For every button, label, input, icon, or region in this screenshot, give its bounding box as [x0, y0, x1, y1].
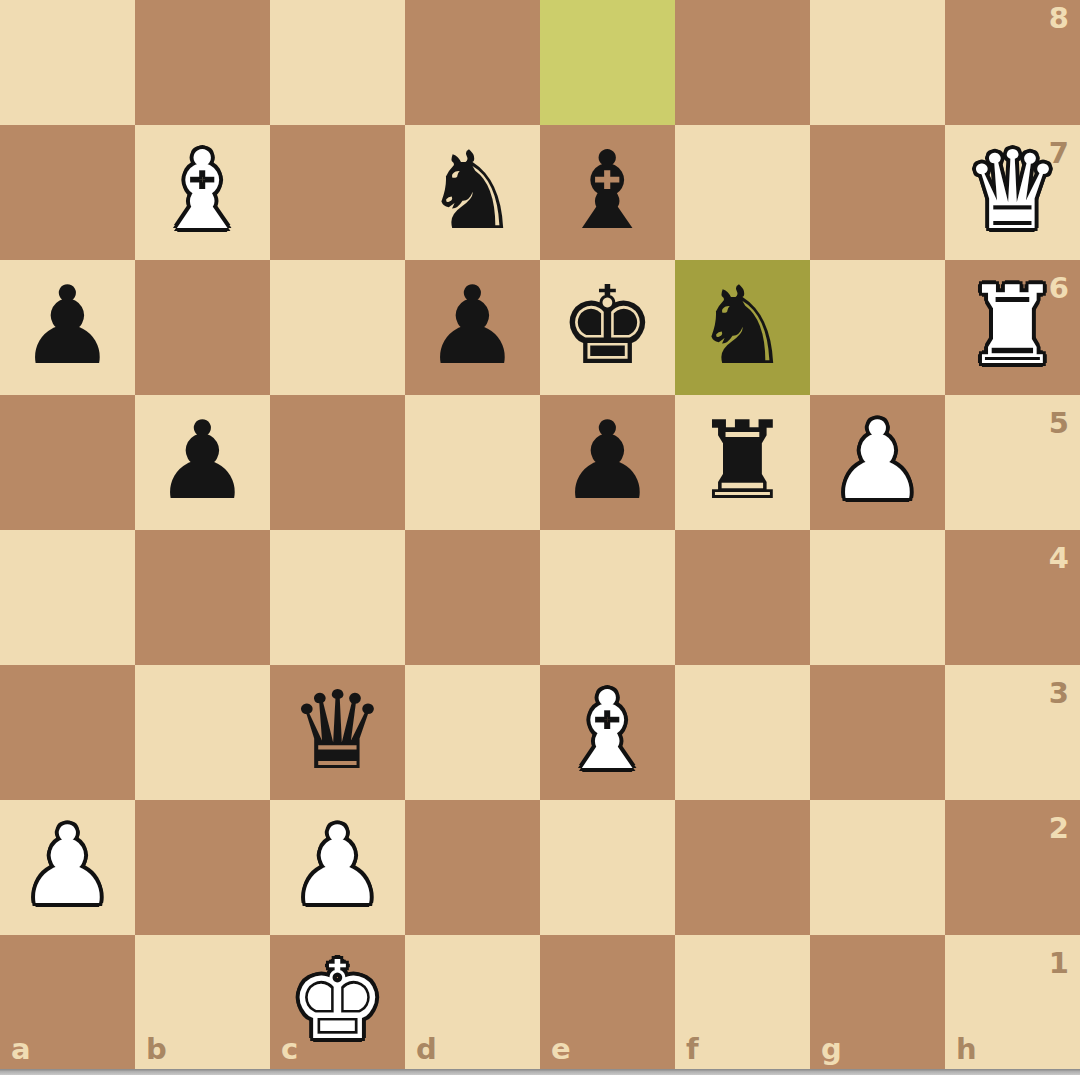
piece-black-king-e6[interactable]: ♚ — [559, 272, 656, 380]
square-g3[interactable] — [810, 665, 945, 800]
square-h8[interactable]: 8 — [945, 0, 1080, 125]
square-b1[interactable]: b — [135, 935, 270, 1070]
chess-board: 8♝♞♝♛7♟♟♚♞♜6♟♟♜♟54♛♝3♟♟2ab♚cdefg1h — [0, 0, 1080, 1070]
square-c2[interactable]: ♟ — [270, 800, 405, 935]
square-d4[interactable] — [405, 530, 540, 665]
square-a1[interactable]: a — [0, 935, 135, 1070]
square-e6[interactable]: ♚ — [540, 260, 675, 395]
square-c5[interactable] — [270, 395, 405, 530]
square-f8[interactable] — [675, 0, 810, 125]
square-b3[interactable] — [135, 665, 270, 800]
piece-white-bishop-e3[interactable]: ♝ — [559, 677, 656, 785]
piece-white-rook-h6[interactable]: ♜ — [964, 272, 1061, 380]
square-h5[interactable]: 5 — [945, 395, 1080, 530]
rank-label-1: 1 — [1049, 949, 1069, 978]
square-h4[interactable]: 4 — [945, 530, 1080, 665]
square-c3[interactable]: ♛ — [270, 665, 405, 800]
square-b8[interactable] — [135, 0, 270, 125]
file-label-h: h — [956, 1035, 977, 1064]
square-d7[interactable]: ♞ — [405, 125, 540, 260]
piece-black-pawn-b5[interactable]: ♟ — [154, 407, 251, 515]
square-e7[interactable]: ♝ — [540, 125, 675, 260]
file-label-c: c — [281, 1035, 298, 1064]
square-h7[interactable]: ♛7 — [945, 125, 1080, 260]
square-d6[interactable]: ♟ — [405, 260, 540, 395]
piece-black-rook-f5[interactable]: ♜ — [694, 407, 791, 515]
square-f5[interactable]: ♜ — [675, 395, 810, 530]
square-f6[interactable]: ♞ — [675, 260, 810, 395]
square-a3[interactable] — [0, 665, 135, 800]
piece-black-bishop-e7[interactable]: ♝ — [559, 137, 656, 245]
square-d5[interactable] — [405, 395, 540, 530]
square-b7[interactable]: ♝ — [135, 125, 270, 260]
piece-white-pawn-g5[interactable]: ♟ — [829, 407, 926, 515]
file-label-a: a — [11, 1035, 31, 1064]
square-g5[interactable]: ♟ — [810, 395, 945, 530]
square-a4[interactable] — [0, 530, 135, 665]
square-h6[interactable]: ♜6 — [945, 260, 1080, 395]
square-b6[interactable] — [135, 260, 270, 395]
rank-label-4: 4 — [1049, 544, 1069, 573]
file-label-d: d — [416, 1035, 437, 1064]
piece-white-queen-h7[interactable]: ♛ — [964, 137, 1061, 245]
square-d8[interactable] — [405, 0, 540, 125]
square-a7[interactable] — [0, 125, 135, 260]
square-a5[interactable] — [0, 395, 135, 530]
piece-white-pawn-c2[interactable]: ♟ — [289, 812, 386, 920]
piece-black-pawn-a6[interactable]: ♟ — [19, 272, 116, 380]
piece-black-pawn-d6[interactable]: ♟ — [424, 272, 521, 380]
square-g4[interactable] — [810, 530, 945, 665]
square-a2[interactable]: ♟ — [0, 800, 135, 935]
square-d2[interactable] — [405, 800, 540, 935]
piece-white-pawn-a2[interactable]: ♟ — [19, 812, 116, 920]
rank-label-6: 6 — [1049, 274, 1069, 303]
square-e1[interactable]: e — [540, 935, 675, 1070]
file-label-b: b — [146, 1035, 167, 1064]
square-c7[interactable] — [270, 125, 405, 260]
rank-label-7: 7 — [1049, 139, 1069, 168]
square-d3[interactable] — [405, 665, 540, 800]
file-label-e: e — [551, 1035, 571, 1064]
file-label-g: g — [821, 1035, 842, 1064]
square-a8[interactable] — [0, 0, 135, 125]
piece-white-bishop-b7[interactable]: ♝ — [154, 137, 251, 245]
square-c8[interactable] — [270, 0, 405, 125]
square-e2[interactable] — [540, 800, 675, 935]
square-g1[interactable]: g — [810, 935, 945, 1070]
square-g7[interactable] — [810, 125, 945, 260]
square-e5[interactable]: ♟ — [540, 395, 675, 530]
square-g6[interactable] — [810, 260, 945, 395]
square-c6[interactable] — [270, 260, 405, 395]
rank-label-8: 8 — [1049, 4, 1069, 33]
square-c4[interactable] — [270, 530, 405, 665]
square-a6[interactable]: ♟ — [0, 260, 135, 395]
chess-app-window: 8♝♞♝♛7♟♟♚♞♜6♟♟♜♟54♛♝3♟♟2ab♚cdefg1h — [0, 0, 1080, 1075]
square-b2[interactable] — [135, 800, 270, 935]
rank-label-5: 5 — [1049, 409, 1069, 438]
square-h1[interactable]: 1h — [945, 935, 1080, 1070]
square-f4[interactable] — [675, 530, 810, 665]
square-g2[interactable] — [810, 800, 945, 935]
square-e3[interactable]: ♝ — [540, 665, 675, 800]
square-c1[interactable]: ♚c — [270, 935, 405, 1070]
square-f1[interactable]: f — [675, 935, 810, 1070]
square-e4[interactable] — [540, 530, 675, 665]
square-h2[interactable]: 2 — [945, 800, 1080, 935]
rank-label-3: 3 — [1049, 679, 1069, 708]
square-f7[interactable] — [675, 125, 810, 260]
square-d1[interactable]: d — [405, 935, 540, 1070]
square-g8[interactable] — [810, 0, 945, 125]
file-label-f: f — [686, 1035, 699, 1064]
piece-white-king-c1[interactable]: ♚ — [289, 947, 386, 1055]
square-h3[interactable]: 3 — [945, 665, 1080, 800]
piece-black-pawn-e5[interactable]: ♟ — [559, 407, 656, 515]
rank-label-2: 2 — [1049, 814, 1069, 843]
square-f3[interactable] — [675, 665, 810, 800]
window-bottom-edge — [0, 1069, 1080, 1075]
piece-black-knight-d7[interactable]: ♞ — [424, 137, 521, 245]
piece-black-knight-f6[interactable]: ♞ — [694, 272, 791, 380]
square-b5[interactable]: ♟ — [135, 395, 270, 530]
square-e8[interactable] — [540, 0, 675, 125]
square-f2[interactable] — [675, 800, 810, 935]
piece-black-queen-c3[interactable]: ♛ — [289, 677, 386, 785]
square-b4[interactable] — [135, 530, 270, 665]
